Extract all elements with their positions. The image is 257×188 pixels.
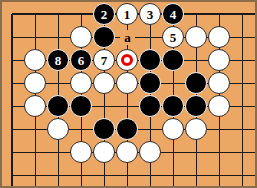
- grid-vline: [11, 14, 13, 186]
- stone-white: [185, 26, 207, 48]
- stone-black: 6: [70, 49, 92, 71]
- stone-white: [93, 141, 115, 163]
- stone-black: [70, 95, 92, 117]
- stone-black: [93, 118, 115, 140]
- stone-black: 4: [162, 3, 184, 25]
- stone-black: 8: [47, 49, 69, 71]
- stone-white: [185, 118, 207, 140]
- stone-white-marked: [116, 49, 138, 71]
- stone-white: 1: [116, 3, 138, 25]
- stone-black: [139, 72, 161, 94]
- grid-vline: [242, 14, 243, 186]
- stone-black: [116, 118, 138, 140]
- stone-white: [139, 141, 161, 163]
- stone-white: [208, 72, 230, 94]
- stone-white: [47, 118, 69, 140]
- stone-white: [70, 26, 92, 48]
- point-label-a: a: [120, 30, 135, 45]
- stone-black: [139, 49, 161, 71]
- stone-white: [162, 118, 184, 140]
- stone-black: [93, 26, 115, 48]
- stone-white: 7: [93, 49, 115, 71]
- stone-white: 5: [162, 26, 184, 48]
- go-diagram: 21345867a: [0, 0, 257, 188]
- stone-white: [70, 72, 92, 94]
- go-board: 21345867a: [0, 0, 257, 188]
- stone-white: [93, 72, 115, 94]
- stone-white: [24, 95, 46, 117]
- stone-black: [185, 95, 207, 117]
- stone-white: [116, 141, 138, 163]
- stone-white: 3: [139, 3, 161, 25]
- stone-white: [116, 72, 138, 94]
- stone-black: 2: [93, 3, 115, 25]
- red-circle-marker-icon: [121, 54, 133, 66]
- stone-white: [208, 26, 230, 48]
- stone-white: [24, 72, 46, 94]
- stone-white: [208, 49, 230, 71]
- stone-white: [208, 95, 230, 117]
- stone-black: [162, 95, 184, 117]
- stone-white: [70, 141, 92, 163]
- stone-black: [47, 95, 69, 117]
- stone-white: [24, 49, 46, 71]
- stone-black: [139, 95, 161, 117]
- stone-black: [162, 49, 184, 71]
- stone-black: [185, 72, 207, 94]
